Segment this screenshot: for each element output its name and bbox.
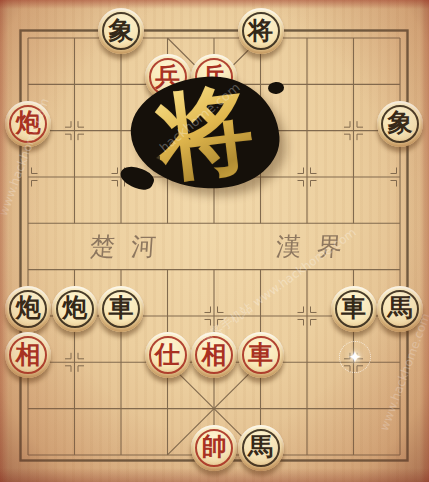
piece-red-advisor[interactable]: 仕 — [145, 332, 191, 378]
piece-black-chariot[interactable]: 車 — [331, 286, 377, 332]
piece-red-elephant[interactable]: 相 — [5, 332, 51, 378]
piece-black-horse[interactable]: 馬 — [377, 286, 423, 332]
sparkle-star-icon: ✦ — [348, 349, 362, 366]
piece-glyph-相: 相 — [202, 342, 227, 367]
piece-glyph-仕: 仕 — [155, 342, 180, 367]
piece-red-chariot[interactable]: 車 — [238, 332, 284, 378]
piece-glyph-炮: 炮 — [62, 295, 87, 320]
piece-glyph-象: 象 — [388, 110, 413, 135]
cursor-sparkle-icon: ✦ — [339, 341, 371, 373]
piece-glyph-馬: 馬 — [248, 434, 273, 459]
piece-red-elephant[interactable]: 相 — [191, 332, 237, 378]
piece-glyph-炮: 炮 — [16, 295, 41, 320]
check-banner-glyph: 将 — [152, 80, 259, 187]
piece-glyph-炮: 炮 — [16, 110, 41, 135]
piece-black-general[interactable]: 将 — [238, 8, 284, 54]
piece-glyph-帥: 帥 — [202, 434, 227, 459]
piece-black-horse[interactable]: 馬 — [238, 425, 284, 471]
river-label-left: 楚河 — [73, 230, 173, 263]
river-label-right: 漢界 — [259, 230, 359, 263]
piece-glyph-相: 相 — [16, 342, 41, 367]
piece-glyph-車: 車 — [248, 342, 273, 367]
piece-black-cannon[interactable]: 炮 — [52, 286, 98, 332]
piece-red-cannon[interactable]: 炮 — [5, 101, 51, 147]
piece-glyph-車: 車 — [341, 295, 366, 320]
piece-black-chariot[interactable]: 車 — [98, 286, 144, 332]
piece-glyph-車: 車 — [109, 295, 134, 320]
piece-black-elephant[interactable]: 象 — [377, 101, 423, 147]
piece-glyph-馬: 馬 — [388, 295, 413, 320]
piece-red-general[interactable]: 帥 — [191, 425, 237, 471]
piece-glyph-将: 将 — [248, 18, 273, 43]
piece-black-elephant[interactable]: 象 — [98, 8, 144, 54]
xiangqi-app-screen: 楚河 漢界 象将兵兵炮象炮炮車車馬相仕相車帥馬 将 ✦ www.hackhome… — [0, 0, 429, 482]
piece-black-cannon[interactable]: 炮 — [5, 286, 51, 332]
piece-glyph-象: 象 — [109, 18, 134, 43]
